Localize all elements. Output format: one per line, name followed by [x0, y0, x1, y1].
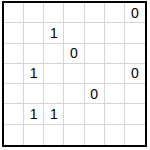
empty-cell-r1c3[interactable] — [44, 3, 64, 23]
empty-cell-r1c5[interactable] — [85, 3, 105, 23]
clue-cell-r6c3: 1 — [44, 104, 64, 124]
empty-cell-r1c4[interactable] — [64, 3, 84, 23]
clue-cell-r6c2: 1 — [24, 104, 44, 124]
empty-cell-r2c5[interactable] — [85, 23, 105, 43]
empty-cell-r4c6[interactable] — [105, 64, 125, 84]
empty-cell-r1c6[interactable] — [105, 3, 125, 23]
empty-cell-r6c4[interactable] — [64, 104, 84, 124]
empty-cell-r5c6[interactable] — [105, 84, 125, 104]
empty-cell-r7c4[interactable] — [64, 125, 84, 145]
empty-cell-r3c1[interactable] — [4, 44, 24, 64]
empty-cell-r3c3[interactable] — [44, 44, 64, 64]
empty-cell-r5c4[interactable] — [64, 84, 84, 104]
clue-cell-r1c7: 0 — [125, 3, 145, 23]
empty-cell-r7c3[interactable] — [44, 125, 64, 145]
puzzle-board: 01010011 — [2, 1, 147, 147]
empty-cell-r2c2[interactable] — [24, 23, 44, 43]
clue-cell-r5c5: 0 — [85, 84, 105, 104]
empty-cell-r3c2[interactable] — [24, 44, 44, 64]
empty-cell-r4c3[interactable] — [44, 64, 64, 84]
empty-cell-r2c6[interactable] — [105, 23, 125, 43]
empty-cell-r5c1[interactable] — [4, 84, 24, 104]
empty-cell-r4c5[interactable] — [85, 64, 105, 84]
empty-cell-r5c3[interactable] — [44, 84, 64, 104]
empty-cell-r5c7[interactable] — [125, 84, 145, 104]
clue-cell-r4c2: 1 — [24, 64, 44, 84]
empty-cell-r7c1[interactable] — [4, 125, 24, 145]
empty-cell-r6c5[interactable] — [85, 104, 105, 124]
clue-cell-r4c7: 0 — [125, 64, 145, 84]
empty-cell-r6c1[interactable] — [4, 104, 24, 124]
empty-cell-r4c4[interactable] — [64, 64, 84, 84]
clue-cell-r3c4: 0 — [64, 44, 84, 64]
empty-cell-r1c1[interactable] — [4, 3, 24, 23]
empty-cell-r6c7[interactable] — [125, 104, 145, 124]
empty-cell-r2c7[interactable] — [125, 23, 145, 43]
empty-cell-r7c2[interactable] — [24, 125, 44, 145]
empty-cell-r2c1[interactable] — [4, 23, 24, 43]
empty-cell-r7c6[interactable] — [105, 125, 125, 145]
empty-cell-r7c5[interactable] — [85, 125, 105, 145]
empty-cell-r4c1[interactable] — [4, 64, 24, 84]
empty-cell-r7c7[interactable] — [125, 125, 145, 145]
empty-cell-r6c6[interactable] — [105, 104, 125, 124]
clue-cell-r2c3: 1 — [44, 23, 64, 43]
empty-cell-r2c4[interactable] — [64, 23, 84, 43]
empty-cell-r1c2[interactable] — [24, 3, 44, 23]
empty-cell-r3c5[interactable] — [85, 44, 105, 64]
empty-cell-r5c2[interactable] — [24, 84, 44, 104]
empty-cell-r3c7[interactable] — [125, 44, 145, 64]
empty-cell-r3c6[interactable] — [105, 44, 125, 64]
